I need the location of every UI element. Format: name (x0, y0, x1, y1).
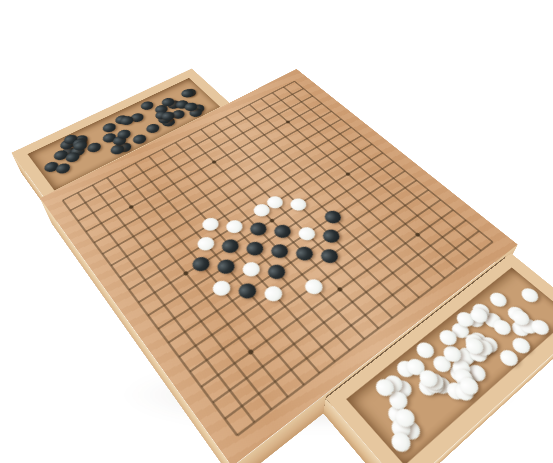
black-tray-stone (85, 141, 103, 154)
go-set-product-photo (0, 0, 553, 463)
white-tray-stone (518, 286, 541, 305)
white-tray-stone (487, 290, 510, 310)
black-tray-stone (139, 100, 156, 112)
black-tray-stone (144, 122, 162, 135)
